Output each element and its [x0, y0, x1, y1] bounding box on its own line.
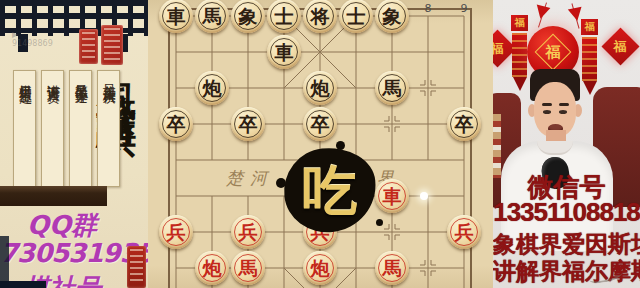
board-cell[interactable]: 卒	[158, 106, 194, 142]
board-cell[interactable]	[338, 250, 374, 286]
piece-label: 兵	[239, 222, 258, 241]
black-piece-馬[interactable]: 馬	[375, 71, 409, 105]
board-cell[interactable]	[266, 250, 302, 286]
board-cell[interactable]	[446, 0, 482, 34]
board-cell[interactable]	[158, 142, 194, 178]
board-cell[interactable]	[194, 214, 230, 250]
piece-label: 馬	[239, 258, 258, 277]
red-piece-炮[interactable]: 炮	[195, 251, 229, 285]
board-cell[interactable]: 将	[302, 0, 338, 34]
board-cell[interactable]: 炮	[194, 70, 230, 106]
piece-label: 炮	[311, 258, 330, 277]
board-cell[interactable]: 兵	[230, 214, 266, 250]
board-cell[interactable]: 卒	[230, 106, 266, 142]
board-cell[interactable]	[374, 34, 410, 70]
black-piece-卒[interactable]: 卒	[447, 107, 481, 141]
board-cell[interactable]: 炮	[194, 250, 230, 286]
board-cell[interactable]	[338, 34, 374, 70]
board-cell[interactable]	[410, 34, 446, 70]
verse-slip-3: 讲评论道万人贵	[41, 70, 64, 187]
firecracker-banner-icon: 福	[511, 15, 528, 91]
board-cell[interactable]: 卒	[446, 106, 482, 142]
board-cell[interactable]: 兵	[446, 214, 482, 250]
red-piece-兵[interactable]: 兵	[447, 215, 481, 249]
piece-label: 炮	[203, 258, 222, 277]
board-grid[interactable]: 車馬象士将士象車炮炮馬卒卒卒卒車兵兵兵兵炮馬炮馬	[158, 0, 482, 288]
board-cell[interactable]	[230, 70, 266, 106]
piece-label: 車	[275, 42, 294, 61]
piece-label: 炮	[203, 78, 222, 97]
piece-label: 馬	[203, 6, 222, 25]
board-cell[interactable]: 炮	[302, 250, 338, 286]
webcam-panel: 福 福 福 福 福 微信号 13351108818 象棋界爱因斯坦 讲解界福尔摩…	[493, 0, 640, 288]
board-cell[interactable]: 馬	[194, 0, 230, 34]
watermark-id: 91498869	[12, 39, 53, 48]
piece-label: 卒	[455, 114, 474, 133]
verse-slip-4: 棋中日月人生趣	[13, 70, 36, 187]
black-piece-卒[interactable]: 卒	[159, 107, 193, 141]
qq-group-number: 730531935	[0, 238, 140, 268]
board-cell[interactable]: 馬	[374, 70, 410, 106]
red-piece-馬[interactable]: 馬	[231, 251, 265, 285]
piece-label: 将	[311, 6, 330, 25]
board-cell[interactable]: 車	[266, 34, 302, 70]
piece-label: 卒	[239, 114, 258, 133]
capture-character: 吃	[280, 146, 380, 238]
watermark-logo: ▶︎	[12, 30, 53, 39]
board-cell[interactable]: 卒	[302, 106, 338, 142]
board-cell[interactable]	[194, 34, 230, 70]
board-cell[interactable]	[446, 250, 482, 286]
capture-effect-badge: 吃	[280, 146, 380, 238]
board-cell[interactable]	[158, 250, 194, 286]
red-piece-車[interactable]: 車	[375, 179, 409, 213]
board-cell[interactable]: 士	[266, 0, 302, 34]
board-cell[interactable]	[410, 178, 446, 214]
board-cell[interactable]	[338, 70, 374, 106]
bookshelf	[493, 114, 501, 178]
board-cell[interactable]	[446, 70, 482, 106]
board-cell[interactable]: 士	[338, 0, 374, 34]
board-cell[interactable]	[410, 70, 446, 106]
board-cell[interactable]: 炮	[302, 70, 338, 106]
board-cell[interactable]	[194, 142, 230, 178]
black-piece-士[interactable]: 士	[267, 0, 301, 33]
board-cell[interactable]: 兵	[158, 214, 194, 250]
piece-label: 象	[239, 6, 258, 25]
firecracker-banner-icon: 福	[581, 19, 598, 95]
piece-label: 士	[275, 6, 294, 25]
red-piece-兵[interactable]: 兵	[159, 215, 193, 249]
verse-columns: 风起萍末诗入棋繁星似子弈中迷讲评论道万人贵棋中日月人生趣	[13, 70, 120, 187]
board-cell[interactable]	[230, 34, 266, 70]
board-cell[interactable]	[230, 142, 266, 178]
board-cell[interactable]	[410, 142, 446, 178]
black-piece-車[interactable]: 車	[159, 0, 193, 33]
board-cell[interactable]	[194, 178, 230, 214]
board-cell[interactable]	[266, 70, 302, 106]
board-cell[interactable]	[194, 106, 230, 142]
black-piece-象[interactable]: 象	[375, 0, 409, 33]
piece-label: 車	[383, 186, 402, 205]
piece-label: 兵	[455, 222, 474, 241]
verse-slip-1: 风起萍末诗入棋	[97, 70, 120, 187]
board-cell[interactable]	[446, 178, 482, 214]
xiangqi-board[interactable]: 8 9 楚河 漢界 車馬象士将士象車炮炮馬卒卒卒卒車兵兵兵兵炮馬炮馬 吃	[148, 0, 493, 288]
red-piece-兵[interactable]: 兵	[231, 215, 265, 249]
wechat-number: 13351108818	[493, 197, 640, 228]
black-piece-卒[interactable]: 卒	[303, 107, 337, 141]
dark-corner	[0, 236, 9, 288]
board-cell[interactable]: 車	[158, 0, 194, 34]
piece-label: 車	[167, 6, 186, 25]
board-cell[interactable]	[338, 106, 374, 142]
red-piece-炮[interactable]: 炮	[303, 251, 337, 285]
black-piece-炮[interactable]: 炮	[195, 71, 229, 105]
board-cell[interactable]	[374, 106, 410, 142]
board-cell[interactable]	[446, 142, 482, 178]
piece-label: 炮	[311, 78, 330, 97]
ribbon-bow-icon	[534, 4, 551, 20]
red-piece-馬[interactable]: 馬	[375, 251, 409, 285]
board-cell[interactable]	[302, 34, 338, 70]
piece-label: 兵	[167, 222, 186, 241]
black-piece-将[interactable]: 将	[303, 0, 337, 33]
board-cell[interactable]	[446, 34, 482, 70]
piece-label: 象	[383, 6, 402, 25]
board-cell[interactable]	[410, 250, 446, 286]
board-cell[interactable]	[158, 178, 194, 214]
verse-slip-2: 繁星似子弈中迷	[69, 70, 92, 187]
black-piece-炮[interactable]: 炮	[303, 71, 337, 105]
board-cell[interactable]	[158, 70, 194, 106]
red-seal-stamp-icon	[127, 246, 146, 288]
piece-label: 卒	[167, 114, 186, 133]
board-cell[interactable]: 馬	[374, 250, 410, 286]
board-cell[interactable]	[266, 106, 302, 142]
fu-diamond-icon: 福	[601, 27, 639, 65]
board-cell[interactable]: 象	[230, 0, 266, 34]
piece-label: 卒	[311, 114, 330, 133]
piece-label: 馬	[383, 258, 402, 277]
black-piece-卒[interactable]: 卒	[231, 107, 265, 141]
piece-label: 士	[347, 6, 366, 25]
stream-watermark: ▶︎ 91498869	[12, 30, 53, 48]
black-piece-士[interactable]: 士	[339, 0, 373, 33]
black-piece-象[interactable]: 象	[231, 0, 265, 33]
piece-label: 馬	[383, 78, 402, 97]
board-cell[interactable]	[410, 214, 446, 250]
desk-edge	[0, 186, 107, 206]
board-cell[interactable]	[230, 178, 266, 214]
black-piece-馬[interactable]: 馬	[195, 0, 229, 33]
black-piece-車[interactable]: 車	[267, 35, 301, 69]
board-cell[interactable]	[410, 106, 446, 142]
board-cell[interactable]: 馬	[230, 250, 266, 286]
board-cell[interactable]	[158, 34, 194, 70]
board-cell[interactable]	[410, 0, 446, 34]
board-cell[interactable]: 象	[374, 0, 410, 34]
left-info-panel: ▶︎ 91498869 風繁講棋 风起萍末诗入棋繁星似子弈中迷讲评论道万人贵棋中…	[0, 0, 148, 288]
